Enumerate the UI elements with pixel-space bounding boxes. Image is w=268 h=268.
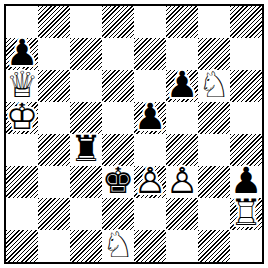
square-c7[interactable] bbox=[70, 38, 102, 70]
square-g3[interactable] bbox=[198, 166, 230, 198]
square-d3[interactable]: ♚♚ bbox=[102, 166, 134, 198]
square-c4[interactable]: ♜♜ bbox=[70, 134, 102, 166]
square-d8[interactable] bbox=[102, 6, 134, 38]
square-g4[interactable] bbox=[198, 134, 230, 166]
square-a4[interactable] bbox=[6, 134, 38, 166]
square-f8[interactable] bbox=[166, 6, 198, 38]
square-b5[interactable] bbox=[38, 102, 70, 134]
square-f1[interactable] bbox=[166, 230, 198, 262]
square-b8[interactable] bbox=[38, 6, 70, 38]
square-e3[interactable]: ♟♙ bbox=[134, 166, 166, 198]
square-c1[interactable] bbox=[70, 230, 102, 262]
square-e5[interactable]: ♟♟ bbox=[134, 102, 166, 134]
square-b2[interactable] bbox=[38, 198, 70, 230]
square-a3[interactable] bbox=[6, 166, 38, 198]
square-h5[interactable] bbox=[230, 102, 262, 134]
board-frame: ♟♟♛♕♟♟♞♘♚♔♟♟♜♜♚♚♟♙♟♙♟♟♜♖♞♘ bbox=[4, 4, 264, 264]
square-d6[interactable] bbox=[102, 70, 134, 102]
chess-diagram-page: ♟♟♛♕♟♟♞♘♚♔♟♟♜♜♚♚♟♙♟♙♟♟♜♖♞♘ bbox=[0, 0, 268, 268]
square-g5[interactable] bbox=[198, 102, 230, 134]
black-pawn-piece[interactable]: ♟ bbox=[134, 100, 166, 134]
square-a5[interactable]: ♚♔ bbox=[6, 102, 38, 134]
square-e2[interactable] bbox=[134, 198, 166, 230]
square-a2[interactable] bbox=[6, 198, 38, 230]
square-c6[interactable] bbox=[70, 70, 102, 102]
white-king-piece[interactable]: ♔ bbox=[6, 100, 38, 134]
square-c2[interactable] bbox=[70, 198, 102, 230]
white-knight-piece[interactable]: ♘ bbox=[198, 68, 230, 102]
square-f5[interactable] bbox=[166, 102, 198, 134]
square-g6[interactable]: ♞♘ bbox=[198, 70, 230, 102]
square-d1[interactable]: ♞♘ bbox=[102, 230, 134, 262]
black-rook-piece[interactable]: ♜ bbox=[70, 132, 102, 166]
square-e7[interactable] bbox=[134, 38, 166, 70]
square-c3[interactable] bbox=[70, 166, 102, 198]
white-rook-piece[interactable]: ♖ bbox=[230, 196, 262, 230]
square-c8[interactable] bbox=[70, 6, 102, 38]
square-h6[interactable] bbox=[230, 70, 262, 102]
white-knight-piece[interactable]: ♘ bbox=[102, 228, 134, 262]
square-g8[interactable] bbox=[198, 6, 230, 38]
square-a1[interactable] bbox=[6, 230, 38, 262]
square-h1[interactable] bbox=[230, 230, 262, 262]
black-king-piece[interactable]: ♚ bbox=[102, 164, 134, 198]
square-b6[interactable] bbox=[38, 70, 70, 102]
square-b4[interactable] bbox=[38, 134, 70, 166]
square-d5[interactable] bbox=[102, 102, 134, 134]
square-f3[interactable]: ♟♙ bbox=[166, 166, 198, 198]
white-pawn-piece[interactable]: ♙ bbox=[134, 164, 166, 198]
square-g2[interactable] bbox=[198, 198, 230, 230]
square-b1[interactable] bbox=[38, 230, 70, 262]
square-f6[interactable]: ♟♟ bbox=[166, 70, 198, 102]
square-g1[interactable] bbox=[198, 230, 230, 262]
white-pawn-piece[interactable]: ♙ bbox=[166, 164, 198, 198]
square-h7[interactable] bbox=[230, 38, 262, 70]
chess-board: ♟♟♛♕♟♟♞♘♚♔♟♟♜♜♚♚♟♙♟♙♟♟♜♖♞♘ bbox=[6, 6, 262, 262]
square-e1[interactable] bbox=[134, 230, 166, 262]
square-b7[interactable] bbox=[38, 38, 70, 70]
square-e8[interactable] bbox=[134, 6, 166, 38]
square-b3[interactable] bbox=[38, 166, 70, 198]
square-h8[interactable] bbox=[230, 6, 262, 38]
square-d7[interactable] bbox=[102, 38, 134, 70]
black-pawn-piece[interactable]: ♟ bbox=[166, 68, 198, 102]
square-h2[interactable]: ♜♖ bbox=[230, 198, 262, 230]
square-f2[interactable] bbox=[166, 198, 198, 230]
